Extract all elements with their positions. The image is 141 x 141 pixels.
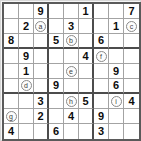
cell-r8c3[interactable]: 2 — [34, 109, 49, 124]
cell-r2c5[interactable]: 3 — [64, 19, 79, 34]
given-digit: 6 — [98, 35, 104, 46]
given-digit: 3 — [98, 126, 104, 137]
cell-r6c3[interactable] — [34, 79, 49, 94]
given-digit: 6 — [53, 126, 59, 137]
cell-r4c3[interactable] — [34, 49, 49, 64]
cell-r5c9[interactable] — [124, 64, 139, 79]
cell-r2c6[interactable] — [79, 19, 94, 34]
cell-r1c5[interactable] — [64, 4, 79, 19]
cell-r8c6[interactable] — [79, 109, 94, 124]
cell-r6c7[interactable] — [94, 79, 109, 94]
cell-r8c7[interactable]: 9 — [94, 109, 109, 124]
cell-r4c9[interactable] — [124, 49, 139, 64]
given-digit: 9 — [37, 6, 43, 17]
given-digit: 4 — [8, 126, 14, 137]
cell-r1c4[interactable] — [49, 4, 64, 19]
cell-r9c7[interactable]: 3 — [94, 124, 109, 139]
given-digit: 5 — [53, 35, 59, 46]
given-digit: 6 — [113, 80, 119, 91]
cell-r9c1[interactable]: 4 — [4, 124, 19, 139]
given-digit: 4 — [68, 111, 74, 122]
cell-r5c1[interactable] — [4, 64, 19, 79]
cell-r8c2[interactable] — [19, 109, 34, 124]
cell-r6c6[interactable] — [79, 79, 94, 94]
cell-r2c7[interactable] — [94, 19, 109, 34]
sudoku-board: 9172a31c85b694f1e9d963h5i4g249463 — [2, 2, 141, 141]
cell-r4c1[interactable] — [4, 49, 19, 64]
cell-r5c5[interactable]: e — [64, 64, 79, 79]
circled-letter-i: i — [111, 96, 122, 107]
cell-r4c5[interactable] — [64, 49, 79, 64]
given-digit: 3 — [37, 96, 43, 107]
given-digit: 2 — [23, 21, 29, 32]
cell-r7c2[interactable] — [19, 94, 34, 109]
circled-letter-g: g — [6, 111, 17, 122]
given-digit: 7 — [128, 6, 134, 17]
cell-r7c5[interactable]: h — [64, 94, 79, 109]
cell-r5c3[interactable] — [34, 64, 49, 79]
cell-r7c3[interactable]: 3 — [34, 94, 49, 109]
cell-r6c1[interactable] — [4, 79, 19, 94]
cell-r7c8[interactable]: i — [109, 94, 124, 109]
cell-r2c8[interactable]: 1 — [109, 19, 124, 34]
cell-r9c2[interactable] — [19, 124, 34, 139]
cell-r1c2[interactable] — [19, 4, 34, 19]
cell-r2c1[interactable] — [4, 19, 19, 34]
cell-r7c7[interactable] — [94, 94, 109, 109]
given-digit: 4 — [82, 51, 88, 62]
cell-r2c2[interactable]: 2 — [19, 19, 34, 34]
cell-r3c3[interactable] — [34, 34, 49, 49]
cell-r3c2[interactable] — [19, 34, 34, 49]
cell-r4c6[interactable]: 4 — [79, 49, 94, 64]
circled-letter-f: f — [96, 51, 107, 62]
given-digit: 5 — [82, 96, 88, 107]
cell-r1c6[interactable]: 1 — [79, 4, 94, 19]
circled-letter-h: h — [66, 96, 77, 107]
cell-r3c6[interactable] — [79, 34, 94, 49]
cell-r3c4[interactable]: 5 — [49, 34, 64, 49]
cell-r7c1[interactable] — [4, 94, 19, 109]
cell-r9c4[interactable]: 6 — [49, 124, 64, 139]
cell-r8c4[interactable] — [49, 109, 64, 124]
cell-r7c9[interactable]: 4 — [124, 94, 139, 109]
cell-r5c6[interactable] — [79, 64, 94, 79]
cell-r1c8[interactable] — [109, 4, 124, 19]
given-digit: 1 — [113, 21, 119, 32]
cell-r9c5[interactable] — [64, 124, 79, 139]
cell-r9c6[interactable] — [79, 124, 94, 139]
cell-r5c2[interactable]: 1 — [19, 64, 34, 79]
given-digit: 4 — [128, 96, 134, 107]
cell-r5c8[interactable]: 9 — [109, 64, 124, 79]
cell-r5c4[interactable] — [49, 64, 64, 79]
cell-r8c9[interactable] — [124, 109, 139, 124]
cell-r1c1[interactable] — [4, 4, 19, 19]
cell-r8c8[interactable] — [109, 109, 124, 124]
cell-r2c9[interactable]: c — [124, 19, 139, 34]
cell-r1c9[interactable]: 7 — [124, 4, 139, 19]
cell-r2c4[interactable] — [49, 19, 64, 34]
circled-letter-c: c — [126, 21, 137, 32]
circled-letter-a: a — [35, 21, 46, 32]
given-digit: 1 — [23, 66, 29, 77]
cell-r6c4[interactable]: 9 — [49, 79, 64, 94]
sudoku-grid: 9172a31c85b694f1e9d963h5i4g249463 — [4, 4, 139, 139]
cell-r8c1[interactable]: g — [4, 109, 19, 124]
cell-r9c8[interactable] — [109, 124, 124, 139]
cell-r3c8[interactable] — [109, 34, 124, 49]
given-digit: 8 — [8, 35, 14, 46]
cell-r7c6[interactable]: 5 — [79, 94, 94, 109]
cell-r5c7[interactable] — [94, 64, 109, 79]
given-digit: 9 — [53, 80, 59, 91]
cell-r6c5[interactable] — [64, 79, 79, 94]
cell-r3c9[interactable] — [124, 34, 139, 49]
given-digit: 9 — [113, 66, 119, 77]
given-digit: 3 — [68, 21, 74, 32]
cell-r6c9[interactable] — [124, 79, 139, 94]
given-digit: 1 — [82, 6, 88, 17]
cell-r7c4[interactable] — [49, 94, 64, 109]
cell-r3c7[interactable]: 6 — [94, 34, 109, 49]
circled-letter-b: b — [66, 35, 77, 46]
cell-r2c3[interactable]: a — [34, 19, 49, 34]
given-digit: 9 — [98, 111, 104, 122]
cell-r1c3[interactable]: 9 — [34, 4, 49, 19]
cell-r9c9[interactable] — [124, 124, 139, 139]
given-digit: 2 — [37, 111, 43, 122]
cell-r9c3[interactable] — [34, 124, 49, 139]
cell-r6c8[interactable]: 6 — [109, 79, 124, 94]
cell-r1c7[interactable] — [94, 4, 109, 19]
cell-r3c1[interactable]: 8 — [4, 34, 19, 49]
circled-letter-e: e — [66, 66, 77, 77]
cell-r3c5[interactable]: b — [64, 34, 79, 49]
cell-r4c4[interactable] — [49, 49, 64, 64]
cell-r8c5[interactable]: 4 — [64, 109, 79, 124]
cell-r4c7[interactable]: f — [94, 49, 109, 64]
circled-letter-d: d — [21, 80, 32, 91]
given-digit: 9 — [23, 51, 29, 62]
cell-r4c2[interactable]: 9 — [19, 49, 34, 64]
cell-r4c8[interactable] — [109, 49, 124, 64]
cell-r6c2[interactable]: d — [19, 79, 34, 94]
